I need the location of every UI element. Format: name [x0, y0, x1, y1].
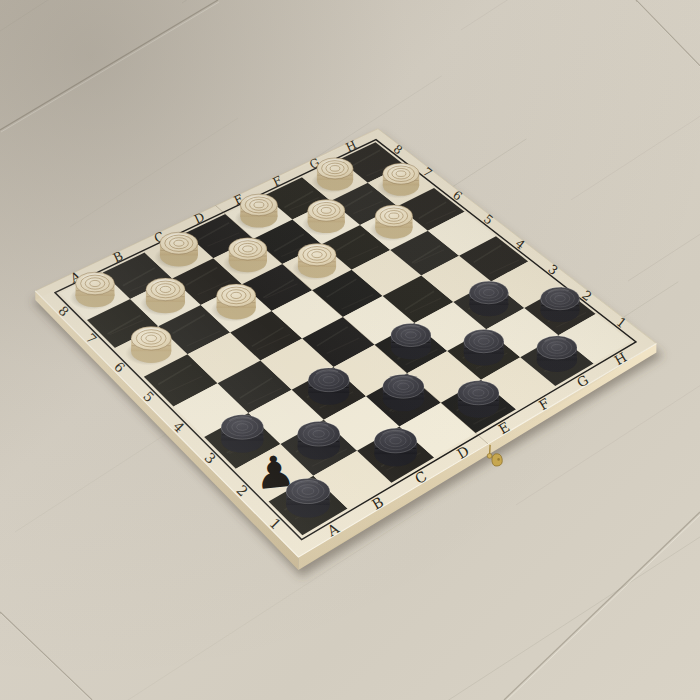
board-photo: wooden folding chess/checkers board phot… — [0, 0, 700, 700]
photo-scene: checkers wooden folding chess/checkers b… — [0, 0, 700, 700]
scene-vignette — [0, 0, 700, 700]
